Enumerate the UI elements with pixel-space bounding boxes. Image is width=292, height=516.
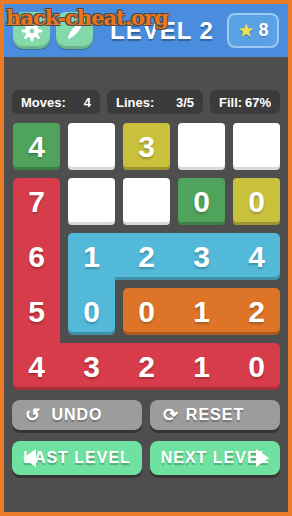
star-counter: ★ 8	[227, 13, 279, 48]
gear-icon	[21, 20, 43, 42]
brush-button[interactable]	[56, 12, 93, 49]
cell-r2c5-yellow-endpoint[interactable]: 0	[233, 178, 280, 225]
cell-r2c4-green-endpoint[interactable]: 0	[178, 178, 225, 225]
star-count: 8	[259, 20, 269, 41]
last-level-label: LAST LEVEL	[23, 449, 131, 467]
level-nav-row: LAST LEVEL NEXT LEVEL	[12, 441, 280, 475]
fill-value: 67%	[245, 95, 271, 110]
lines-label: Lines:	[116, 95, 154, 110]
cell-r4c3-orange[interactable]: 0	[123, 288, 170, 335]
cell-r4c5-orange[interactable]: 2	[233, 288, 280, 335]
cell-r3c3-cyan[interactable]: 2	[123, 233, 170, 280]
settings-button[interactable]	[13, 12, 50, 49]
top-bar: LEVEL 2 ★ 8	[4, 4, 288, 57]
next-level-button[interactable]: NEXT LEVEL	[150, 441, 280, 475]
cell-r2c1-red[interactable]: 7	[13, 178, 60, 225]
cell-r4c4-orange[interactable]: 1	[178, 288, 225, 335]
undo-button[interactable]: ↺ UNDO	[12, 400, 142, 430]
brush-icon	[63, 19, 87, 43]
cell-r3c1-red[interactable]: 6	[13, 233, 60, 280]
cell-r4c1-red[interactable]: 5	[13, 288, 60, 335]
cell-r1c5-empty[interactable]	[233, 123, 280, 170]
cell-r1c4-empty[interactable]	[178, 123, 225, 170]
cell-r5c5-red[interactable]: 0	[233, 343, 280, 390]
moves-label: Moves:	[21, 95, 66, 110]
cell-r1c3-yellow-endpoint[interactable]: 3	[123, 123, 170, 170]
cell-r1c1-green-endpoint[interactable]: 4	[13, 123, 60, 170]
fill-counter: Fill: 67%	[210, 90, 280, 114]
arrow-left-icon	[23, 449, 36, 467]
cell-r4c2-cyan[interactable]: 0	[68, 288, 115, 335]
cell-r3c5-cyan[interactable]: 4	[233, 233, 280, 280]
lines-value: 3/5	[176, 95, 194, 110]
cell-r1c2-empty[interactable]	[68, 123, 115, 170]
game-board: 4 3 7 0 0 6 1 2 3 4 5 0 0 1 2 4 3 2 1 0	[13, 123, 280, 390]
reset-label: RESET	[186, 406, 244, 424]
level-title: LEVEL 2	[99, 17, 225, 45]
stats-bar: Moves: 4 Lines: 3/5 Fill: 67%	[12, 90, 280, 114]
cell-r5c3-red[interactable]: 2	[123, 343, 170, 390]
cell-r5c4-red[interactable]: 1	[178, 343, 225, 390]
undo-icon: ↺	[25, 404, 41, 426]
cell-r5c1-red[interactable]: 4	[13, 343, 60, 390]
reset-icon: ⟳	[163, 404, 179, 426]
app-screen: hack-cheat.org LEVEL 2 ★	[0, 0, 292, 516]
reset-button[interactable]: ⟳ RESET	[150, 400, 280, 430]
last-level-button[interactable]: LAST LEVEL	[12, 441, 142, 475]
cell-r3c4-cyan[interactable]: 3	[178, 233, 225, 280]
moves-value: 4	[84, 95, 91, 110]
next-level-label: NEXT LEVEL	[161, 449, 270, 467]
undo-reset-row: ↺ UNDO ⟳ RESET	[12, 400, 280, 430]
arrow-right-icon	[256, 449, 269, 467]
undo-label: UNDO	[51, 406, 102, 424]
fill-label: Fill:	[219, 95, 242, 110]
star-icon: ★	[237, 21, 254, 40]
cell-r5c2-red[interactable]: 3	[68, 343, 115, 390]
cell-r2c3-empty[interactable]	[123, 178, 170, 225]
lines-counter: Lines: 3/5	[107, 90, 203, 114]
cell-r3c2-cyan[interactable]: 1	[68, 233, 115, 280]
moves-counter: Moves: 4	[12, 90, 100, 114]
cell-r2c2-empty[interactable]	[68, 178, 115, 225]
